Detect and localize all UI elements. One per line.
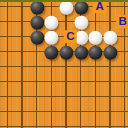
board-point-6-6[interactable] (88, 89, 103, 104)
black-stone (74, 45, 88, 59)
white-stone (89, 30, 103, 44)
board-point-5-0[interactable] (73, 0, 88, 14)
board-point-8-8[interactable] (117, 119, 128, 128)
go-board-screenshot: ABC (0, 0, 128, 128)
board-point-4-4[interactable] (59, 59, 74, 74)
board-point-1-5[interactable] (15, 74, 30, 89)
board-point-6-4[interactable] (88, 59, 103, 74)
board-point-5-8[interactable] (73, 119, 88, 128)
board-point-7-3[interactable] (103, 44, 118, 59)
board-point-3-0[interactable] (44, 0, 59, 14)
board-point-2-8[interactable] (29, 119, 44, 128)
board-point-3-1[interactable] (44, 14, 59, 29)
board-point-1-4[interactable] (15, 59, 30, 74)
board-point-6-8[interactable] (88, 119, 103, 128)
board-point-5-1[interactable] (73, 14, 88, 29)
board-point-7-2[interactable] (103, 29, 118, 44)
board-point-4-8[interactable] (59, 119, 74, 128)
board-point-7-7[interactable] (103, 104, 118, 119)
board-point-1-1[interactable] (15, 14, 30, 29)
board-point-7-6[interactable] (103, 89, 118, 104)
board-point-6-1[interactable] (88, 14, 103, 29)
board-point-4-5[interactable] (59, 74, 74, 89)
board-point-7-8[interactable] (103, 119, 118, 128)
board-point-4-1[interactable] (59, 14, 74, 29)
board-point-1-6[interactable] (15, 89, 30, 104)
board-point-0-2[interactable] (0, 29, 15, 44)
black-stone (103, 45, 117, 59)
white-stone (74, 15, 88, 29)
board-point-8-7[interactable] (117, 104, 128, 119)
board-point-3-5[interactable] (44, 74, 59, 89)
board-point-3-7[interactable] (44, 104, 59, 119)
board-point-2-7[interactable] (29, 104, 44, 119)
black-stone (89, 45, 103, 59)
board-point-1-2[interactable] (15, 29, 30, 44)
board-point-0-4[interactable] (0, 59, 15, 74)
board-point-6-2[interactable] (88, 29, 103, 44)
board-point-3-2[interactable] (44, 29, 59, 44)
board-point-1-3[interactable] (15, 44, 30, 59)
black-stone (45, 45, 59, 59)
board-point-6-7[interactable] (88, 104, 103, 119)
board-point-3-6[interactable] (44, 89, 59, 104)
board-point-4-6[interactable] (59, 89, 74, 104)
board-point-8-0[interactable] (117, 0, 128, 14)
board-point-4-0[interactable] (59, 0, 74, 14)
board-point-2-3[interactable] (29, 44, 44, 59)
black-stone (59, 45, 73, 59)
white-stone (45, 30, 59, 44)
board-point-3-3[interactable] (44, 44, 59, 59)
board-point-5-4[interactable] (73, 59, 88, 74)
board-point-8-6[interactable] (117, 89, 128, 104)
board-point-2-0[interactable] (29, 0, 44, 14)
board-point-5-6[interactable] (73, 89, 88, 104)
board-point-2-2[interactable] (29, 29, 44, 44)
board-point-3-4[interactable] (44, 59, 59, 74)
board-point-8-2[interactable] (117, 29, 128, 44)
board-point-5-3[interactable] (73, 44, 88, 59)
board-point-0-5[interactable] (0, 74, 15, 89)
board-point-0-3[interactable] (0, 44, 15, 59)
board-point-5-7[interactable] (73, 104, 88, 119)
board-point-8-4[interactable] (117, 59, 128, 74)
board-point-1-7[interactable] (15, 104, 30, 119)
board-point-8-1[interactable]: B (117, 14, 128, 29)
board-point-6-5[interactable] (88, 74, 103, 89)
black-stone (74, 0, 88, 14)
white-stone (103, 30, 117, 44)
board-point-4-2[interactable]: C (59, 29, 74, 44)
board-point-2-6[interactable] (29, 89, 44, 104)
board-point-4-7[interactable] (59, 104, 74, 119)
board-point-2-5[interactable] (29, 74, 44, 89)
point-label-C[interactable]: C (64, 30, 78, 44)
board-point-0-6[interactable] (0, 89, 15, 104)
board-point-0-8[interactable] (0, 119, 15, 128)
board-top-edge-strip (0, 0, 128, 2)
board-point-8-3[interactable] (117, 44, 128, 59)
board-point-2-1[interactable] (29, 14, 44, 29)
board-point-3-8[interactable] (44, 119, 59, 128)
board-point-6-3[interactable] (88, 44, 103, 59)
board-point-0-7[interactable] (0, 104, 15, 119)
board-point-1-0[interactable] (15, 0, 30, 14)
point-label-B[interactable]: B (116, 15, 128, 29)
white-stone (45, 15, 59, 29)
board-point-0-1[interactable] (0, 14, 15, 29)
white-stone (59, 0, 73, 14)
black-stone (30, 30, 44, 44)
board-point-2-4[interactable] (29, 59, 44, 74)
board-point-7-4[interactable] (103, 59, 118, 74)
board-point-8-5[interactable] (117, 74, 128, 89)
black-stone (30, 15, 44, 29)
board-point-1-8[interactable] (15, 119, 30, 128)
board-point-0-0[interactable] (0, 0, 15, 14)
black-stone (30, 0, 44, 14)
board-point-6-0[interactable]: A (88, 0, 103, 14)
board-point-7-5[interactable] (103, 74, 118, 89)
board-point-4-3[interactable] (59, 44, 74, 59)
go-board-grid: ABC (0, 0, 128, 128)
board-point-5-5[interactable] (73, 74, 88, 89)
